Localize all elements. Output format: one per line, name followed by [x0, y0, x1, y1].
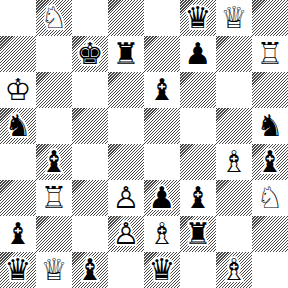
piece-white-pawn: ♙ [108, 216, 144, 252]
square-h2[interactable] [252, 216, 288, 252]
square-e6[interactable]: ♝♝ [144, 72, 180, 108]
square-b6[interactable] [36, 72, 72, 108]
square-b4[interactable]: ♝♝ [36, 144, 72, 180]
square-f5[interactable] [180, 108, 216, 144]
piece-halo: ♜ [108, 36, 144, 72]
square-d7[interactable]: ♜♜ [108, 36, 144, 72]
square-h1[interactable] [252, 252, 288, 288]
square-e7[interactable] [144, 36, 180, 72]
piece-halo: ♜ [180, 216, 216, 252]
square-f8[interactable]: ♛♛ [180, 0, 216, 36]
piece-black-rook: ♜ [180, 216, 216, 252]
square-c3[interactable] [72, 180, 108, 216]
piece-white-knight: ♘ [252, 180, 288, 216]
chess-board: ♞♘♛♛♛♕♚♚♜♜♟♟♜♖♚♔♝♝♞♞♞♞♝♝♝♗♝♝♜♖♟♙♟♟♝♝♞♘♝♝… [0, 0, 288, 288]
square-a5[interactable]: ♞♞ [0, 108, 36, 144]
piece-halo: ♟ [144, 180, 180, 216]
piece-black-bishop: ♝ [180, 180, 216, 216]
piece-halo: ♜ [36, 180, 72, 216]
piece-halo: ♝ [36, 144, 72, 180]
piece-black-bishop: ♝ [0, 216, 36, 252]
square-f7[interactable]: ♟♟ [180, 36, 216, 72]
square-g1[interactable]: ♝♗ [216, 252, 252, 288]
square-d3[interactable]: ♟♙ [108, 180, 144, 216]
square-d5[interactable] [108, 108, 144, 144]
square-a6[interactable]: ♚♔ [0, 72, 36, 108]
piece-black-queen: ♛ [0, 252, 36, 288]
square-e5[interactable] [144, 108, 180, 144]
square-g6[interactable] [216, 72, 252, 108]
square-f2[interactable]: ♜♜ [180, 216, 216, 252]
chess-board-diagram: ♞♘♛♛♛♕♚♚♜♜♟♟♜♖♚♔♝♝♞♞♞♞♝♝♝♗♝♝♜♖♟♙♟♟♝♝♞♘♝♝… [0, 0, 288, 288]
piece-white-queen: ♕ [216, 0, 252, 36]
square-a7[interactable] [0, 36, 36, 72]
square-h6[interactable] [252, 72, 288, 108]
square-h3[interactable]: ♞♘ [252, 180, 288, 216]
square-f4[interactable] [180, 144, 216, 180]
piece-halo: ♝ [144, 72, 180, 108]
square-e4[interactable] [144, 144, 180, 180]
piece-halo: ♞ [252, 180, 288, 216]
square-e2[interactable]: ♝♗ [144, 216, 180, 252]
square-c1[interactable]: ♝♝ [72, 252, 108, 288]
square-b7[interactable] [36, 36, 72, 72]
square-h8[interactable] [252, 0, 288, 36]
piece-halo: ♜ [252, 36, 288, 72]
piece-halo: ♝ [216, 252, 252, 288]
piece-halo: ♛ [216, 0, 252, 36]
square-c5[interactable] [72, 108, 108, 144]
piece-halo: ♝ [180, 180, 216, 216]
square-b2[interactable] [36, 216, 72, 252]
square-e8[interactable] [144, 0, 180, 36]
piece-white-bishop: ♗ [144, 216, 180, 252]
square-g3[interactable] [216, 180, 252, 216]
square-h5[interactable]: ♞♞ [252, 108, 288, 144]
square-c8[interactable] [72, 0, 108, 36]
piece-halo: ♞ [36, 0, 72, 36]
square-a3[interactable] [0, 180, 36, 216]
square-g7[interactable] [216, 36, 252, 72]
square-a8[interactable] [0, 0, 36, 36]
piece-halo: ♝ [144, 216, 180, 252]
piece-white-pawn: ♙ [108, 180, 144, 216]
piece-halo: ♛ [180, 0, 216, 36]
piece-black-bishop: ♝ [72, 252, 108, 288]
square-e3[interactable]: ♟♟ [144, 180, 180, 216]
square-g2[interactable] [216, 216, 252, 252]
piece-halo: ♚ [0, 72, 36, 108]
piece-black-queen: ♛ [144, 252, 180, 288]
piece-black-rook: ♜ [108, 36, 144, 72]
square-g4[interactable]: ♝♗ [216, 144, 252, 180]
piece-black-bishop: ♝ [36, 144, 72, 180]
piece-black-pawn: ♟ [144, 180, 180, 216]
piece-black-bishop: ♝ [144, 72, 180, 108]
piece-halo: ♛ [36, 252, 72, 288]
piece-black-knight: ♞ [0, 108, 36, 144]
piece-white-knight: ♘ [36, 0, 72, 36]
square-b5[interactable] [36, 108, 72, 144]
piece-black-pawn: ♟ [180, 36, 216, 72]
square-d1[interactable] [108, 252, 144, 288]
piece-halo: ♝ [216, 144, 252, 180]
piece-white-rook: ♖ [252, 36, 288, 72]
piece-halo: ♝ [72, 252, 108, 288]
piece-halo: ♛ [0, 252, 36, 288]
square-f1[interactable] [180, 252, 216, 288]
piece-halo: ♟ [180, 36, 216, 72]
square-c2[interactable] [72, 216, 108, 252]
piece-white-queen: ♕ [36, 252, 72, 288]
piece-halo: ♚ [72, 36, 108, 72]
square-f6[interactable] [180, 72, 216, 108]
square-f3[interactable]: ♝♝ [180, 180, 216, 216]
piece-black-knight: ♞ [252, 108, 288, 144]
square-b8[interactable]: ♞♘ [36, 0, 72, 36]
square-g8[interactable]: ♛♕ [216, 0, 252, 36]
piece-halo: ♞ [0, 108, 36, 144]
square-d6[interactable] [108, 72, 144, 108]
square-h4[interactable]: ♝♝ [252, 144, 288, 180]
square-d2[interactable]: ♟♙ [108, 216, 144, 252]
square-d8[interactable] [108, 0, 144, 36]
square-b1[interactable]: ♛♕ [36, 252, 72, 288]
piece-halo: ♟ [108, 216, 144, 252]
piece-halo: ♝ [252, 144, 288, 180]
square-e1[interactable]: ♛♛ [144, 252, 180, 288]
piece-halo: ♞ [252, 108, 288, 144]
piece-white-bishop: ♗ [216, 144, 252, 180]
piece-black-bishop: ♝ [252, 144, 288, 180]
piece-white-bishop: ♗ [216, 252, 252, 288]
square-a1[interactable]: ♛♛ [0, 252, 36, 288]
square-b3[interactable]: ♜♖ [36, 180, 72, 216]
piece-halo: ♛ [144, 252, 180, 288]
piece-white-rook: ♖ [36, 180, 72, 216]
square-a4[interactable] [0, 144, 36, 180]
piece-halo: ♝ [0, 216, 36, 252]
square-d4[interactable] [108, 144, 144, 180]
square-c6[interactable] [72, 72, 108, 108]
square-g5[interactable] [216, 108, 252, 144]
piece-white-king: ♔ [0, 72, 36, 108]
square-c4[interactable] [72, 144, 108, 180]
square-h7[interactable]: ♜♖ [252, 36, 288, 72]
piece-halo: ♟ [108, 180, 144, 216]
piece-black-queen: ♛ [180, 0, 216, 36]
square-c7[interactable]: ♚♚ [72, 36, 108, 72]
piece-black-king: ♚ [72, 36, 108, 72]
square-a2[interactable]: ♝♝ [0, 216, 36, 252]
